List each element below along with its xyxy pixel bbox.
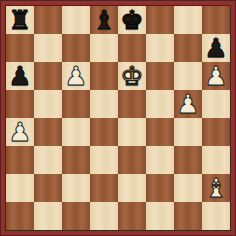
square-d6[interactable] (90, 62, 118, 90)
square-b1[interactable] (34, 202, 62, 230)
square-h1[interactable] (202, 202, 230, 230)
square-c2[interactable] (62, 174, 90, 202)
piece-white-king[interactable]: ♚ (120, 62, 143, 90)
square-h6[interactable]: ♟ (202, 62, 230, 90)
square-a2[interactable] (6, 174, 34, 202)
square-g4[interactable] (174, 118, 202, 146)
square-f2[interactable] (146, 174, 174, 202)
square-g5[interactable]: ♟ (174, 90, 202, 118)
square-e7[interactable] (118, 34, 146, 62)
square-g1[interactable] (174, 202, 202, 230)
square-b5[interactable] (34, 90, 62, 118)
square-f5[interactable] (146, 90, 174, 118)
square-h2[interactable]: ♝ (202, 174, 230, 202)
square-b2[interactable] (34, 174, 62, 202)
square-e1[interactable] (118, 202, 146, 230)
square-g6[interactable] (174, 62, 202, 90)
square-d3[interactable] (90, 146, 118, 174)
square-d7[interactable] (90, 34, 118, 62)
square-a8[interactable]: ♜ (6, 6, 34, 34)
square-b8[interactable] (34, 6, 62, 34)
square-c8[interactable] (62, 6, 90, 34)
square-d1[interactable] (90, 202, 118, 230)
square-f6[interactable] (146, 62, 174, 90)
piece-white-pawn[interactable]: ♟ (8, 118, 31, 146)
square-g2[interactable] (174, 174, 202, 202)
square-e5[interactable] (118, 90, 146, 118)
square-e3[interactable] (118, 146, 146, 174)
square-c7[interactable] (62, 34, 90, 62)
square-c5[interactable] (62, 90, 90, 118)
square-a6[interactable]: ♟ (6, 62, 34, 90)
square-e8[interactable]: ♚ (118, 6, 146, 34)
square-f4[interactable] (146, 118, 174, 146)
square-a5[interactable] (6, 90, 34, 118)
piece-black-rook[interactable]: ♜ (8, 6, 31, 34)
square-e6[interactable]: ♚ (118, 62, 146, 90)
square-a7[interactable] (6, 34, 34, 62)
chess-board-frame: ♜♝♚♟♟♟♚♟♟♟♝ (0, 0, 236, 236)
square-h4[interactable] (202, 118, 230, 146)
piece-black-pawn[interactable]: ♟ (204, 34, 227, 62)
square-f7[interactable] (146, 34, 174, 62)
square-h3[interactable] (202, 146, 230, 174)
square-a4[interactable]: ♟ (6, 118, 34, 146)
square-f8[interactable] (146, 6, 174, 34)
square-b3[interactable] (34, 146, 62, 174)
square-h8[interactable] (202, 6, 230, 34)
piece-black-bishop[interactable]: ♝ (92, 6, 115, 34)
square-e4[interactable] (118, 118, 146, 146)
square-f3[interactable] (146, 146, 174, 174)
square-b6[interactable] (34, 62, 62, 90)
piece-black-king[interactable]: ♚ (120, 6, 143, 34)
chess-board: ♜♝♚♟♟♟♚♟♟♟♝ (5, 5, 231, 231)
piece-white-pawn[interactable]: ♟ (176, 90, 199, 118)
square-d4[interactable] (90, 118, 118, 146)
piece-white-bishop[interactable]: ♝ (204, 174, 227, 202)
piece-black-pawn[interactable]: ♟ (8, 62, 31, 90)
square-h5[interactable] (202, 90, 230, 118)
square-b4[interactable] (34, 118, 62, 146)
square-a3[interactable] (6, 146, 34, 174)
square-g8[interactable] (174, 6, 202, 34)
square-g7[interactable] (174, 34, 202, 62)
square-g3[interactable] (174, 146, 202, 174)
square-c6[interactable]: ♟ (62, 62, 90, 90)
square-d2[interactable] (90, 174, 118, 202)
square-f1[interactable] (146, 202, 174, 230)
square-d8[interactable]: ♝ (90, 6, 118, 34)
square-d5[interactable] (90, 90, 118, 118)
square-e2[interactable] (118, 174, 146, 202)
square-c4[interactable] (62, 118, 90, 146)
square-c3[interactable] (62, 146, 90, 174)
piece-white-pawn[interactable]: ♟ (204, 62, 227, 90)
piece-white-pawn[interactable]: ♟ (64, 62, 87, 90)
square-b7[interactable] (34, 34, 62, 62)
square-c1[interactable] (62, 202, 90, 230)
square-h7[interactable]: ♟ (202, 34, 230, 62)
square-a1[interactable] (6, 202, 34, 230)
